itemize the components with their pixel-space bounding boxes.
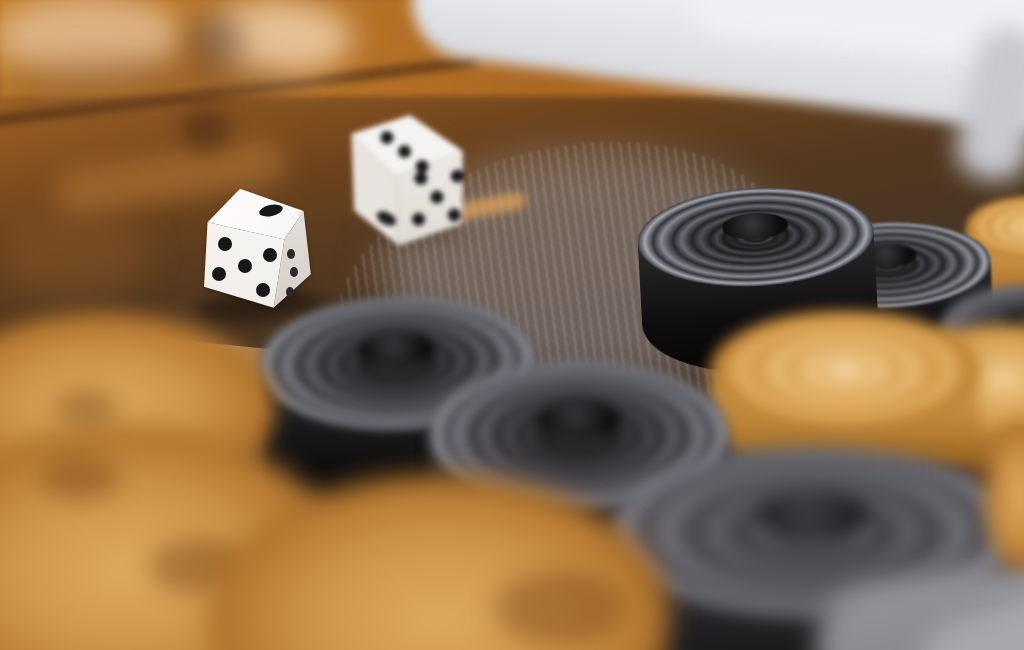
white-die-landed — [192, 185, 312, 309]
wood-checker-dimple — [40, 455, 120, 501]
background-shade — [0, 60, 300, 112]
die-pip — [238, 259, 252, 273]
wood-knot — [180, 108, 232, 152]
wood-checker-dimple — [495, 570, 625, 646]
wood-checker-dimple — [55, 390, 119, 426]
backgammon-board-photo — [0, 0, 1024, 650]
die-pip — [415, 159, 429, 173]
board-inlay-glow — [0, 210, 150, 300]
die-pip — [256, 283, 270, 297]
die-pip — [263, 248, 277, 262]
die-pip — [286, 287, 294, 297]
white-die-airborne — [329, 105, 477, 256]
